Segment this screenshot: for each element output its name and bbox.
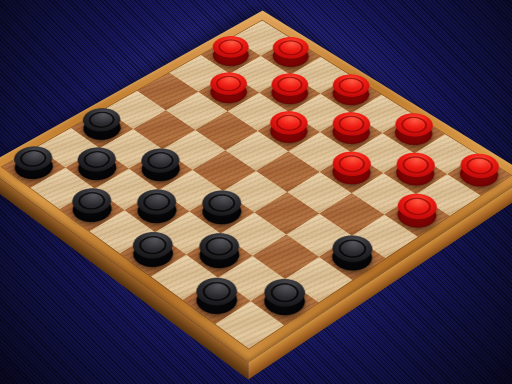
piece-top (6, 141, 60, 175)
checkers-board (0, 11, 512, 363)
square-7-0[interactable] (2, 147, 65, 188)
scene-3d (0, 0, 512, 384)
piece-top (134, 143, 188, 177)
board-grid (2, 21, 511, 349)
piece-top (64, 183, 119, 219)
game-window (0, 0, 512, 384)
board-frame (0, 11, 512, 363)
black-piece[interactable] (2, 147, 65, 188)
